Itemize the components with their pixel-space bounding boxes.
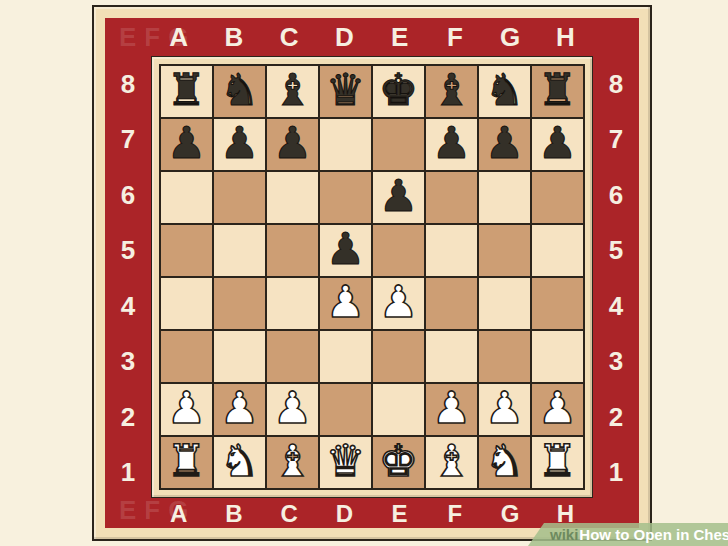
square-f5[interactable] [426,225,477,276]
file-label-e: E [372,24,427,50]
square-h8[interactable]: ♜ [532,66,583,117]
piece-black-bishop: ♝ [432,68,471,112]
piece-white-pawn: ♟ [538,386,577,430]
square-e7[interactable] [373,119,424,170]
square-b3[interactable] [214,331,265,382]
piece-white-king: ♚ [379,439,418,483]
file-label-d: D [317,24,372,50]
rank-labels-left: 87654321 [105,56,151,500]
square-h5[interactable] [532,225,583,276]
piece-black-bishop: ♝ [273,68,312,112]
rank-label-7: 7 [105,126,151,152]
file-label-a: A [151,502,206,526]
chess-board: ♜♞♝♛♚♝♞♜♟♟♟♟♟♟♟♟♟♟♟♟♟♟♟♟♜♞♝♛♚♝♞♜ [159,64,585,490]
file-labels-top: ABCDEFGH [105,18,639,56]
rank-label-7: 7 [593,126,639,152]
square-c2[interactable]: ♟ [267,384,318,435]
square-g4[interactable] [479,278,530,329]
square-e4[interactable]: ♟ [373,278,424,329]
square-h4[interactable] [532,278,583,329]
rank-label-5: 5 [105,237,151,263]
square-a3[interactable] [161,331,212,382]
square-b6[interactable] [214,172,265,223]
file-label-g: G [483,24,538,50]
square-b8[interactable]: ♞ [214,66,265,117]
piece-black-pawn: ♟ [538,121,577,165]
file-label-f: F [427,24,482,50]
piece-white-pawn: ♟ [379,280,418,324]
square-d1[interactable]: ♛ [320,437,371,488]
rank-label-4: 4 [593,293,639,319]
square-h6[interactable] [532,172,583,223]
square-f1[interactable]: ♝ [426,437,477,488]
square-c4[interactable] [267,278,318,329]
square-a6[interactable] [161,172,212,223]
square-d2[interactable] [320,384,371,435]
square-h3[interactable] [532,331,583,382]
piece-white-pawn: ♟ [220,386,259,430]
piece-black-king: ♚ [379,68,418,112]
file-label-e: E [372,502,427,526]
rank-label-6: 6 [105,182,151,208]
square-h2[interactable]: ♟ [532,384,583,435]
square-b5[interactable] [214,225,265,276]
rank-label-2: 2 [105,404,151,430]
chessboard-frame: EFG EFG ABCDEFGH 87654321 ♜♞♝♛♚♝♞♜♟♟♟♟♟♟… [92,5,652,541]
file-label-f: F [427,502,482,526]
square-b1[interactable]: ♞ [214,437,265,488]
rank-label-8: 8 [593,71,639,97]
square-c1[interactable]: ♝ [267,437,318,488]
square-g5[interactable] [479,225,530,276]
piece-white-knight: ♞ [485,439,524,483]
illustration-canvas: EFG EFG ABCDEFGH 87654321 ♜♞♝♛♚♝♞♜♟♟♟♟♟♟… [0,0,728,546]
piece-black-queen: ♛ [326,68,365,112]
square-h7[interactable]: ♟ [532,119,583,170]
piece-black-knight: ♞ [220,68,259,112]
square-e5[interactable] [373,225,424,276]
square-f6[interactable] [426,172,477,223]
square-a5[interactable] [161,225,212,276]
square-g2[interactable]: ♟ [479,384,530,435]
rank-label-2: 2 [593,404,639,430]
file-label-b: B [206,502,261,526]
rank-label-3: 3 [593,348,639,374]
square-g3[interactable] [479,331,530,382]
file-label-g: G [483,502,538,526]
square-a8[interactable]: ♜ [161,66,212,117]
piece-black-pawn: ♟ [273,121,312,165]
square-f4[interactable] [426,278,477,329]
piece-black-pawn: ♟ [485,121,524,165]
piece-white-bishop: ♝ [273,439,312,483]
square-c7[interactable]: ♟ [267,119,318,170]
board-border-band: EFG EFG ABCDEFGH 87654321 ♜♞♝♛♚♝♞♜♟♟♟♟♟♟… [105,18,639,528]
square-b2[interactable]: ♟ [214,384,265,435]
square-a1[interactable]: ♜ [161,437,212,488]
square-e3[interactable] [373,331,424,382]
square-d3[interactable] [320,331,371,382]
piece-black-rook: ♜ [167,68,206,112]
square-b4[interactable] [214,278,265,329]
square-f7[interactable]: ♟ [426,119,477,170]
square-a4[interactable] [161,278,212,329]
square-c8[interactable]: ♝ [267,66,318,117]
square-h1[interactable]: ♜ [532,437,583,488]
piece-white-bishop: ♝ [432,439,471,483]
square-g8[interactable]: ♞ [479,66,530,117]
rank-label-6: 6 [593,182,639,208]
file-label-c: C [262,24,317,50]
square-c5[interactable] [267,225,318,276]
square-g1[interactable]: ♞ [479,437,530,488]
piece-white-pawn: ♟ [167,386,206,430]
piece-black-pawn: ♟ [167,121,206,165]
piece-black-pawn: ♟ [326,227,365,271]
piece-white-rook: ♜ [167,439,206,483]
piece-white-knight: ♞ [220,439,259,483]
square-e2[interactable] [373,384,424,435]
piece-black-pawn: ♟ [432,121,471,165]
wikihow-logo-wiki: wiki [550,526,578,543]
square-d8[interactable]: ♛ [320,66,371,117]
piece-black-rook: ♜ [538,68,577,112]
square-d5[interactable]: ♟ [320,225,371,276]
square-c3[interactable] [267,331,318,382]
square-b7[interactable]: ♟ [214,119,265,170]
rank-label-5: 5 [593,237,639,263]
watermark-title: How to Open in Chess [579,526,728,543]
square-f8[interactable]: ♝ [426,66,477,117]
square-d7[interactable] [320,119,371,170]
square-a2[interactable]: ♟ [161,384,212,435]
square-e6[interactable]: ♟ [373,172,424,223]
rank-labels-right: 87654321 [593,56,639,500]
piece-white-pawn: ♟ [432,386,471,430]
piece-black-pawn: ♟ [220,121,259,165]
rank-label-4: 4 [105,293,151,319]
square-d6[interactable] [320,172,371,223]
rank-label-1: 1 [593,459,639,485]
piece-white-rook: ♜ [538,439,577,483]
rank-label-3: 3 [105,348,151,374]
square-e1[interactable]: ♚ [373,437,424,488]
board-middle-band: 87654321 ♜♞♝♛♚♝♞♜♟♟♟♟♟♟♟♟♟♟♟♟♟♟♟♟♜♞♝♛♚♝♞… [105,56,639,500]
square-a7[interactable]: ♟ [161,119,212,170]
square-d4[interactable]: ♟ [320,278,371,329]
file-label-a: A [151,24,206,50]
file-label-c: C [262,502,317,526]
rank-label-8: 8 [105,71,151,97]
square-e8[interactable]: ♚ [373,66,424,117]
square-f3[interactable] [426,331,477,382]
piece-white-pawn: ♟ [485,386,524,430]
rank-label-1: 1 [105,459,151,485]
wikihow-watermark: wikiHow to Open in Chess [528,523,728,546]
file-label-h: H [538,24,593,50]
piece-white-pawn: ♟ [273,386,312,430]
square-f2[interactable]: ♟ [426,384,477,435]
square-c6[interactable] [267,172,318,223]
square-g7[interactable]: ♟ [479,119,530,170]
file-label-h: H [538,502,593,526]
piece-white-queen: ♛ [326,439,365,483]
piece-white-pawn: ♟ [326,280,365,324]
piece-black-knight: ♞ [485,68,524,112]
file-label-d: D [317,502,372,526]
file-label-b: B [206,24,261,50]
board-bevel: ♜♞♝♛♚♝♞♜♟♟♟♟♟♟♟♟♟♟♟♟♟♟♟♟♜♞♝♛♚♝♞♜ [151,56,593,498]
square-g6[interactable] [479,172,530,223]
piece-black-pawn: ♟ [379,174,418,218]
